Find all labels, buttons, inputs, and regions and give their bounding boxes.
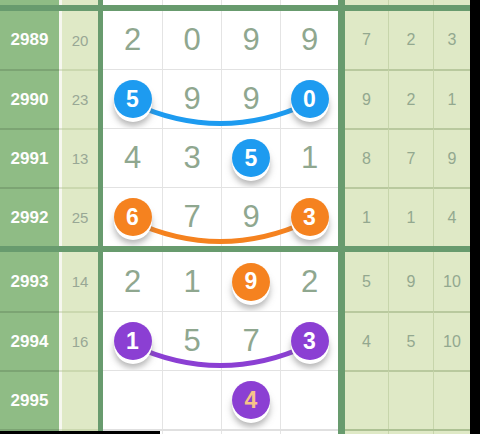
stat-cell: 10 [433,252,470,311]
digit-cell: 1 [280,128,338,187]
lottery-trend-board[interactable]: 2989 20 2 0 9 9 7 2 3 2990 23 5 9 9 0 9 … [0,0,480,434]
sum-value: 16 [62,311,98,370]
issue-number: 2992 [0,187,59,246]
stat-cell: 9 [433,128,470,187]
sum-value: 13 [62,128,98,187]
marked-digit-chip: 1 [114,322,152,360]
marked-digit-chip: 3 [291,322,329,360]
digit-cell: 5 [162,311,221,370]
digit-cell: 3 [280,187,338,246]
marked-digit-chip: 5 [232,139,270,177]
digit-cell: 3 [280,311,338,370]
digit-cell: 5 [221,128,280,187]
digit-cell [162,370,221,429]
issue-number: 2989 [0,11,59,69]
marked-digit-chip: 5 [114,80,152,118]
digit-cell [103,370,162,429]
vertical-divider [338,311,345,370]
stat-cell: 1 [388,187,433,246]
marked-digit-chip: 9 [232,263,270,301]
digit-cell: 2 [103,11,162,69]
issue-number: 2993 [0,252,59,311]
sum-value: 20 [62,11,98,69]
issue-number: 2990 [0,69,59,128]
digit-cell: 2 [103,252,162,311]
issue-number: 2994 [0,311,59,370]
stat-cell: 4 [433,187,470,246]
digit-cell: 9 [280,11,338,69]
sum-value: 23 [62,69,98,128]
stat-cell: 8 [345,128,388,187]
digit-cell: 7 [221,311,280,370]
sum-value: 25 [62,187,98,246]
vertical-divider [338,69,345,128]
marked-digit-chip: 3 [291,198,329,236]
vertical-divider [338,11,345,69]
sum-value [62,370,98,429]
vertical-divider [338,128,345,187]
issue-number: 2991 [0,128,59,187]
stat-cell: 2 [388,11,433,69]
vertical-divider [338,252,345,311]
stat-cell: 1 [345,187,388,246]
stat-cell: 2 [388,69,433,128]
stat-cell [345,370,388,429]
digit-cell: 0 [280,69,338,128]
screen-edge-strip [470,0,480,434]
stat-cell: 4 [345,311,388,370]
digit-cell: 4 [103,128,162,187]
stat-cell: 3 [433,11,470,69]
marked-digit-chip: 6 [114,198,152,236]
stat-cell: 9 [388,252,433,311]
digit-cell: 9 [162,69,221,128]
digit-cell: 1 [162,252,221,311]
digit-cell: 7 [162,187,221,246]
digit-cell: 9 [221,252,280,311]
digit-cell: 0 [162,11,221,69]
stat-cell: 10 [433,311,470,370]
stat-cell: 9 [345,69,388,128]
digit-cell: 5 [103,69,162,128]
stat-cell [388,370,433,429]
stat-cell [433,370,470,429]
digit-cell [280,370,338,429]
marked-digit-chip: 4 [232,381,270,419]
stat-cell: 5 [388,311,433,370]
digit-cell: 9 [221,69,280,128]
stat-cell: 7 [345,11,388,69]
digit-cell: 6 [103,187,162,246]
digit-cell: 1 [103,311,162,370]
issue-number: 2995 [0,370,59,429]
sum-value: 14 [62,252,98,311]
vertical-divider [338,370,345,429]
digit-cell: 4 [221,370,280,429]
digit-cell: 2 [280,252,338,311]
trend-grid: 2989 20 2 0 9 9 7 2 3 2990 23 5 9 9 0 9 … [0,0,470,434]
stat-cell: 1 [433,69,470,128]
digit-cell: 9 [221,11,280,69]
digit-cell: 9 [221,187,280,246]
vertical-divider [338,187,345,246]
marked-digit-chip: 0 [291,80,329,118]
stat-cell: 5 [345,252,388,311]
stat-cell: 7 [388,128,433,187]
digit-cell: 3 [162,128,221,187]
